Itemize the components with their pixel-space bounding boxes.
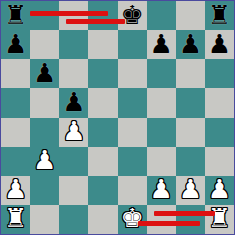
square-g7[interactable]: ♟ (176, 30, 205, 59)
piece-white-rook[interactable]: ♜ (208, 205, 231, 231)
piece-white-pawn[interactable]: ♟ (33, 147, 56, 173)
piece-black-pawn[interactable]: ♟ (150, 31, 173, 57)
piece-white-pawn[interactable]: ♟ (208, 176, 231, 202)
square-d4[interactable] (88, 118, 117, 147)
square-f2[interactable]: ♟ (147, 176, 176, 205)
square-d7[interactable] (88, 30, 117, 59)
square-b2[interactable] (30, 176, 59, 205)
square-g6[interactable] (176, 59, 205, 88)
black-king-castling-arrow (66, 19, 125, 24)
square-d3[interactable] (88, 147, 117, 176)
piece-white-pawn[interactable]: ♟ (62, 118, 85, 144)
chess-board: ♜♚♜♟♟♟♟♟♟♟♟♟♟♟♟♜♚♜ (0, 0, 235, 235)
square-b6[interactable]: ♟ (30, 59, 59, 88)
square-h1[interactable]: ♜ (205, 205, 234, 234)
square-c4[interactable]: ♟ (59, 118, 88, 147)
square-a7[interactable]: ♟ (1, 30, 30, 59)
square-a5[interactable] (1, 88, 30, 117)
square-b1[interactable] (30, 205, 59, 234)
square-f5[interactable] (147, 88, 176, 117)
square-b5[interactable] (30, 88, 59, 117)
piece-white-pawn[interactable]: ♟ (179, 176, 202, 202)
square-h7[interactable]: ♟ (205, 30, 234, 59)
square-g1[interactable] (176, 205, 205, 234)
piece-white-pawn[interactable]: ♟ (4, 176, 27, 202)
square-d2[interactable] (88, 176, 117, 205)
square-e1[interactable]: ♚ (118, 205, 147, 234)
square-e7[interactable] (118, 30, 147, 59)
square-c7[interactable] (59, 30, 88, 59)
square-d6[interactable] (88, 59, 117, 88)
square-f7[interactable]: ♟ (147, 30, 176, 59)
square-g5[interactable] (176, 88, 205, 117)
piece-black-rook[interactable]: ♜ (4, 2, 27, 28)
piece-black-pawn[interactable]: ♟ (208, 31, 231, 57)
black-rook-castling-arrow (30, 11, 108, 16)
square-b4[interactable] (30, 118, 59, 147)
piece-black-pawn[interactable]: ♟ (33, 60, 56, 86)
square-f3[interactable] (147, 147, 176, 176)
square-c2[interactable] (59, 176, 88, 205)
square-c1[interactable] (59, 205, 88, 234)
square-f8[interactable] (147, 1, 176, 30)
piece-white-rook[interactable]: ♜ (4, 205, 27, 231)
piece-black-pawn[interactable]: ♟ (62, 89, 85, 115)
square-d1[interactable] (88, 205, 117, 234)
square-c6[interactable] (59, 59, 88, 88)
square-g3[interactable] (176, 147, 205, 176)
square-h6[interactable] (205, 59, 234, 88)
square-b7[interactable] (30, 30, 59, 59)
square-g2[interactable]: ♟ (176, 176, 205, 205)
square-a1[interactable]: ♜ (1, 205, 30, 234)
square-a4[interactable] (1, 118, 30, 147)
square-f4[interactable] (147, 118, 176, 147)
square-h3[interactable] (205, 147, 234, 176)
piece-black-pawn[interactable]: ♟ (179, 31, 202, 57)
square-h5[interactable] (205, 88, 234, 117)
piece-white-king[interactable]: ♚ (120, 205, 143, 231)
square-e8[interactable]: ♚ (118, 1, 147, 30)
square-h4[interactable] (205, 118, 234, 147)
square-e3[interactable] (118, 147, 147, 176)
square-a2[interactable]: ♟ (1, 176, 30, 205)
square-e2[interactable] (118, 176, 147, 205)
chess-diagram: ♜♚♜♟♟♟♟♟♟♟♟♟♟♟♟♜♚♜ (0, 0, 235, 235)
piece-black-pawn[interactable]: ♟ (4, 31, 27, 57)
square-d5[interactable] (88, 88, 117, 117)
square-c5[interactable]: ♟ (59, 88, 88, 117)
square-h8[interactable]: ♜ (205, 1, 234, 30)
square-g8[interactable] (176, 1, 205, 30)
white-rook-castling-arrow (154, 211, 215, 216)
white-king-castling-arrow (138, 221, 200, 226)
square-e4[interactable] (118, 118, 147, 147)
square-a3[interactable] (1, 147, 30, 176)
piece-black-rook[interactable]: ♜ (208, 2, 231, 28)
square-c3[interactable] (59, 147, 88, 176)
square-e5[interactable] (118, 88, 147, 117)
square-a8[interactable]: ♜ (1, 1, 30, 30)
square-b3[interactable]: ♟ (30, 147, 59, 176)
square-h2[interactable]: ♟ (205, 176, 234, 205)
square-f1[interactable] (147, 205, 176, 234)
square-f6[interactable] (147, 59, 176, 88)
square-e6[interactable] (118, 59, 147, 88)
square-a6[interactable] (1, 59, 30, 88)
piece-white-pawn[interactable]: ♟ (150, 176, 173, 202)
square-g4[interactable] (176, 118, 205, 147)
